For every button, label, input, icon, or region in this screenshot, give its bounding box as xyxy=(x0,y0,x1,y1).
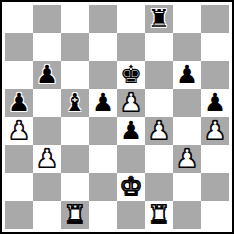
black-pawn: ♟ xyxy=(120,117,142,145)
square-h8[interactable] xyxy=(201,5,229,33)
white-rook: ♜ xyxy=(148,201,170,229)
board-frame: ♜♟♚♟♟♝♟♟♟♟♟♟♟♟♟♚♜♜ xyxy=(0,0,234,234)
square-c8[interactable] xyxy=(61,5,89,33)
square-c2[interactable] xyxy=(61,173,89,201)
square-d8[interactable] xyxy=(89,5,117,33)
square-g8[interactable] xyxy=(173,5,201,33)
square-b7[interactable] xyxy=(33,33,61,61)
black-rook: ♜ xyxy=(148,5,170,33)
square-a5[interactable]: ♟ xyxy=(5,89,33,117)
square-a8[interactable] xyxy=(5,5,33,33)
square-e5[interactable]: ♟ xyxy=(117,89,145,117)
square-h6[interactable] xyxy=(201,61,229,89)
square-g5[interactable] xyxy=(173,89,201,117)
square-a2[interactable] xyxy=(5,173,33,201)
square-b5[interactable] xyxy=(33,89,61,117)
square-c3[interactable] xyxy=(61,145,89,173)
square-f7[interactable] xyxy=(145,33,173,61)
square-h4[interactable]: ♟ xyxy=(201,117,229,145)
square-d4[interactable] xyxy=(89,117,117,145)
square-h3[interactable] xyxy=(201,145,229,173)
black-pawn: ♟ xyxy=(8,89,30,117)
square-g7[interactable] xyxy=(173,33,201,61)
white-pawn: ♟ xyxy=(204,117,226,145)
square-f8[interactable]: ♜ xyxy=(145,5,173,33)
square-h5[interactable]: ♟ xyxy=(201,89,229,117)
square-g6[interactable]: ♟ xyxy=(173,61,201,89)
square-h1[interactable] xyxy=(201,201,229,229)
square-e3[interactable] xyxy=(117,145,145,173)
square-a6[interactable] xyxy=(5,61,33,89)
square-f3[interactable] xyxy=(145,145,173,173)
square-d1[interactable] xyxy=(89,201,117,229)
square-e6[interactable]: ♚ xyxy=(117,61,145,89)
square-b2[interactable] xyxy=(33,173,61,201)
square-d5[interactable]: ♟ xyxy=(89,89,117,117)
square-b1[interactable] xyxy=(33,201,61,229)
square-f4[interactable]: ♟ xyxy=(145,117,173,145)
square-e7[interactable] xyxy=(117,33,145,61)
white-rook: ♜ xyxy=(64,201,86,229)
square-f2[interactable] xyxy=(145,173,173,201)
square-a7[interactable] xyxy=(5,33,33,61)
square-g2[interactable] xyxy=(173,173,201,201)
square-b8[interactable] xyxy=(33,5,61,33)
square-d6[interactable] xyxy=(89,61,117,89)
square-f5[interactable] xyxy=(145,89,173,117)
white-pawn: ♟ xyxy=(36,145,58,173)
square-a1[interactable] xyxy=(5,201,33,229)
square-f1[interactable]: ♜ xyxy=(145,201,173,229)
white-pawn: ♟ xyxy=(148,117,170,145)
square-g4[interactable] xyxy=(173,117,201,145)
square-e4[interactable]: ♟ xyxy=(117,117,145,145)
square-f6[interactable] xyxy=(145,61,173,89)
square-d2[interactable] xyxy=(89,173,117,201)
square-g3[interactable]: ♟ xyxy=(173,145,201,173)
square-c4[interactable] xyxy=(61,117,89,145)
white-pawn: ♟ xyxy=(8,117,30,145)
black-king: ♚ xyxy=(120,61,142,89)
square-c7[interactable] xyxy=(61,33,89,61)
square-c1[interactable]: ♜ xyxy=(61,201,89,229)
square-e1[interactable] xyxy=(117,201,145,229)
square-d3[interactable] xyxy=(89,145,117,173)
square-a4[interactable]: ♟ xyxy=(5,117,33,145)
white-king: ♚ xyxy=(120,173,142,201)
square-a3[interactable] xyxy=(5,145,33,173)
square-g1[interactable] xyxy=(173,201,201,229)
square-b3[interactable]: ♟ xyxy=(33,145,61,173)
white-pawn: ♟ xyxy=(120,89,142,117)
black-pawn: ♟ xyxy=(92,89,114,117)
white-pawn: ♟ xyxy=(176,145,198,173)
square-b4[interactable] xyxy=(33,117,61,145)
black-pawn: ♟ xyxy=(36,61,58,89)
square-c5[interactable]: ♝ xyxy=(61,89,89,117)
square-h2[interactable] xyxy=(201,173,229,201)
chess-board: ♜♟♚♟♟♝♟♟♟♟♟♟♟♟♟♚♜♜ xyxy=(5,5,229,229)
black-bishop: ♝ xyxy=(64,89,86,117)
black-pawn: ♟ xyxy=(176,61,198,89)
square-d7[interactable] xyxy=(89,33,117,61)
square-c6[interactable] xyxy=(61,61,89,89)
square-e2[interactable]: ♚ xyxy=(117,173,145,201)
square-e8[interactable] xyxy=(117,5,145,33)
square-h7[interactable] xyxy=(201,33,229,61)
black-pawn: ♟ xyxy=(204,89,226,117)
square-b6[interactable]: ♟ xyxy=(33,61,61,89)
